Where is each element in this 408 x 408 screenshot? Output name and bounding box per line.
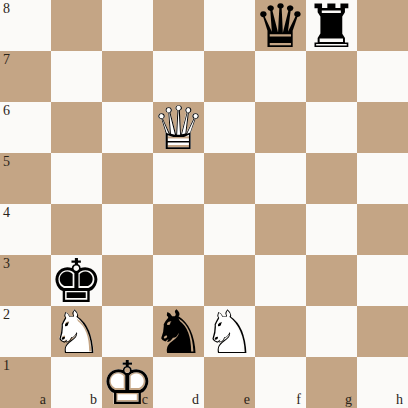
- square-f1[interactable]: f: [255, 357, 306, 408]
- black-queen-glyph: ♛: [255, 0, 306, 51]
- square-h5[interactable]: [357, 153, 408, 204]
- square-e1[interactable]: e: [204, 357, 255, 408]
- square-d1[interactable]: d: [153, 357, 204, 408]
- square-d4[interactable]: [153, 204, 204, 255]
- square-b8[interactable]: [51, 0, 102, 51]
- square-h6[interactable]: [357, 102, 408, 153]
- square-f4[interactable]: [255, 204, 306, 255]
- square-g6[interactable]: [306, 102, 357, 153]
- rank-label-3: 3: [3, 256, 10, 271]
- square-f3[interactable]: [255, 255, 306, 306]
- square-e8[interactable]: [204, 0, 255, 51]
- square-f6[interactable]: [255, 102, 306, 153]
- chess-board: 8♛♜76♛♕543♚2♞♘♞♞♘1abc♚♔defgh: [0, 0, 408, 408]
- square-h2[interactable]: [357, 306, 408, 357]
- white-knight-outline: ♘: [204, 306, 255, 357]
- file-label-d: d: [192, 392, 199, 407]
- white-queen-outline: ♕: [153, 102, 204, 153]
- square-g1[interactable]: g: [306, 357, 357, 408]
- file-label-f: f: [296, 392, 301, 407]
- square-d2[interactable]: ♞: [153, 306, 204, 357]
- square-c4[interactable]: [102, 204, 153, 255]
- square-b5[interactable]: [51, 153, 102, 204]
- rank-label-6: 6: [3, 103, 10, 118]
- square-a4[interactable]: 4: [0, 204, 51, 255]
- black-rook-glyph: ♜: [306, 0, 357, 51]
- piece-black-knight[interactable]: ♞: [153, 306, 204, 357]
- square-b1[interactable]: b: [51, 357, 102, 408]
- rank-label-2: 2: [3, 307, 10, 322]
- square-h4[interactable]: [357, 204, 408, 255]
- square-b2[interactable]: ♞♘: [51, 306, 102, 357]
- black-knight-glyph: ♞: [153, 306, 204, 357]
- square-a2[interactable]: 2: [0, 306, 51, 357]
- square-d8[interactable]: [153, 0, 204, 51]
- square-g5[interactable]: [306, 153, 357, 204]
- square-f7[interactable]: [255, 51, 306, 102]
- square-e7[interactable]: [204, 51, 255, 102]
- square-a7[interactable]: 7: [0, 51, 51, 102]
- square-c6[interactable]: [102, 102, 153, 153]
- square-a5[interactable]: 5: [0, 153, 51, 204]
- square-c7[interactable]: [102, 51, 153, 102]
- square-b6[interactable]: [51, 102, 102, 153]
- piece-black-rook[interactable]: ♜: [306, 0, 357, 51]
- piece-black-queen[interactable]: ♛: [255, 0, 306, 51]
- square-h3[interactable]: [357, 255, 408, 306]
- square-d6[interactable]: ♛♕: [153, 102, 204, 153]
- square-e4[interactable]: [204, 204, 255, 255]
- white-knight-outline: ♘: [51, 306, 102, 357]
- piece-white-knight[interactable]: ♞♘: [204, 306, 255, 357]
- square-e2[interactable]: ♞♘: [204, 306, 255, 357]
- square-c5[interactable]: [102, 153, 153, 204]
- square-c3[interactable]: [102, 255, 153, 306]
- square-b7[interactable]: [51, 51, 102, 102]
- piece-white-knight[interactable]: ♞♘: [51, 306, 102, 357]
- file-label-h: h: [396, 392, 403, 407]
- square-g8[interactable]: ♜: [306, 0, 357, 51]
- file-label-e: e: [244, 392, 250, 407]
- rank-label-5: 5: [3, 154, 10, 169]
- square-a8[interactable]: 8: [0, 0, 51, 51]
- piece-white-queen[interactable]: ♛♕: [153, 102, 204, 153]
- square-c1[interactable]: c♚♔: [102, 357, 153, 408]
- square-a6[interactable]: 6: [0, 102, 51, 153]
- piece-white-king[interactable]: ♚♔: [102, 357, 153, 408]
- square-h1[interactable]: h: [357, 357, 408, 408]
- square-e6[interactable]: [204, 102, 255, 153]
- square-h7[interactable]: [357, 51, 408, 102]
- square-g2[interactable]: [306, 306, 357, 357]
- square-f2[interactable]: [255, 306, 306, 357]
- rank-label-8: 8: [3, 1, 10, 16]
- square-g4[interactable]: [306, 204, 357, 255]
- square-c8[interactable]: [102, 0, 153, 51]
- square-g3[interactable]: [306, 255, 357, 306]
- square-a1[interactable]: 1a: [0, 357, 51, 408]
- file-label-b: b: [90, 392, 97, 407]
- file-label-a: a: [40, 392, 46, 407]
- square-a3[interactable]: 3: [0, 255, 51, 306]
- square-e5[interactable]: [204, 153, 255, 204]
- square-g7[interactable]: [306, 51, 357, 102]
- rank-label-4: 4: [3, 205, 10, 220]
- square-d5[interactable]: [153, 153, 204, 204]
- file-label-g: g: [345, 392, 352, 407]
- rank-label-7: 7: [3, 52, 10, 67]
- square-f5[interactable]: [255, 153, 306, 204]
- square-f8[interactable]: ♛: [255, 0, 306, 51]
- white-king-outline: ♔: [102, 357, 153, 408]
- square-h8[interactable]: [357, 0, 408, 51]
- rank-label-1: 1: [3, 358, 10, 373]
